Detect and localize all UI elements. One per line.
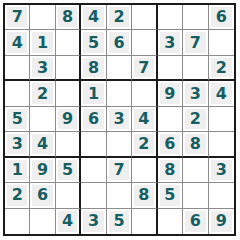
cell-r3c4[interactable]: 8 xyxy=(81,56,106,81)
cell-r2c7[interactable]: 3 xyxy=(158,30,183,55)
cell-r9c1[interactable] xyxy=(5,209,30,234)
cell-r2c2[interactable]: 1 xyxy=(30,30,55,55)
cell-r3c6[interactable]: 7 xyxy=(132,56,157,81)
cell-r7c6[interactable] xyxy=(132,158,157,183)
cell-r1c4[interactable]: 4 xyxy=(81,5,106,30)
cell-r2c8[interactable]: 7 xyxy=(183,30,208,55)
cell-r4c4[interactable]: 1 xyxy=(81,81,106,106)
cell-r5c8[interactable]: 2 xyxy=(183,107,208,132)
cell-r8c2[interactable]: 6 xyxy=(30,183,55,208)
cell-r7c7[interactable]: 8 xyxy=(158,158,183,183)
cell-r3c2[interactable]: 3 xyxy=(30,56,55,81)
cell-r4c3[interactable] xyxy=(56,81,81,106)
cell-r8c4[interactable] xyxy=(81,183,106,208)
cell-r2c9[interactable] xyxy=(209,30,234,55)
cell-r1c9[interactable]: 6 xyxy=(209,5,234,30)
cell-r3c3[interactable] xyxy=(56,56,81,81)
sudoku-board: 7842641563738722193459634234268195783268… xyxy=(3,3,236,236)
cell-r3c5[interactable] xyxy=(107,56,132,81)
cell-r8c3[interactable] xyxy=(56,183,81,208)
cell-r9c4[interactable]: 3 xyxy=(81,209,106,234)
cell-r6c8[interactable]: 8 xyxy=(183,132,208,157)
cell-r3c7[interactable] xyxy=(158,56,183,81)
cell-r6c3[interactable] xyxy=(56,132,81,157)
cell-r4c8[interactable]: 3 xyxy=(183,81,208,106)
cell-r1c7[interactable] xyxy=(158,5,183,30)
cell-r7c5[interactable]: 7 xyxy=(107,158,132,183)
cell-r4c1[interactable] xyxy=(5,81,30,106)
cell-r9c7[interactable] xyxy=(158,209,183,234)
cell-r7c9[interactable]: 3 xyxy=(209,158,234,183)
cell-r1c2[interactable] xyxy=(30,5,55,30)
cell-r1c5[interactable]: 2 xyxy=(107,5,132,30)
cell-r2c1[interactable]: 4 xyxy=(5,30,30,55)
cell-r9c8[interactable]: 6 xyxy=(183,209,208,234)
cell-r2c3[interactable] xyxy=(56,30,81,55)
cell-r5c1[interactable]: 5 xyxy=(5,107,30,132)
cell-r8c5[interactable] xyxy=(107,183,132,208)
cell-r1c8[interactable] xyxy=(183,5,208,30)
cell-r8c6[interactable]: 8 xyxy=(132,183,157,208)
cell-r4c6[interactable] xyxy=(132,81,157,106)
cell-r6c7[interactable]: 6 xyxy=(158,132,183,157)
cell-r8c9[interactable] xyxy=(209,183,234,208)
cell-r1c1[interactable]: 7 xyxy=(5,5,30,30)
cell-r6c6[interactable]: 2 xyxy=(132,132,157,157)
cell-r5c6[interactable]: 4 xyxy=(132,107,157,132)
cell-r1c3[interactable]: 8 xyxy=(56,5,81,30)
cell-r7c1[interactable]: 1 xyxy=(5,158,30,183)
page: { "game": "sudoku", "position": "7084200… xyxy=(0,0,240,240)
cell-r3c1[interactable] xyxy=(5,56,30,81)
cell-r6c5[interactable] xyxy=(107,132,132,157)
cell-r6c4[interactable] xyxy=(81,132,106,157)
cell-r9c3[interactable]: 4 xyxy=(56,209,81,234)
cell-r5c4[interactable]: 6 xyxy=(81,107,106,132)
cell-r5c9[interactable] xyxy=(209,107,234,132)
cell-r2c4[interactable]: 5 xyxy=(81,30,106,55)
cell-r5c7[interactable] xyxy=(158,107,183,132)
cell-r8c1[interactable]: 2 xyxy=(5,183,30,208)
cell-r3c8[interactable] xyxy=(183,56,208,81)
cell-r9c5[interactable]: 5 xyxy=(107,209,132,234)
cell-r6c1[interactable]: 3 xyxy=(5,132,30,157)
cell-r4c5[interactable] xyxy=(107,81,132,106)
cell-r4c2[interactable]: 2 xyxy=(30,81,55,106)
cell-r9c2[interactable] xyxy=(30,209,55,234)
cell-r9c6[interactable] xyxy=(132,209,157,234)
cell-r5c5[interactable]: 3 xyxy=(107,107,132,132)
cell-r1c6[interactable] xyxy=(132,5,157,30)
cell-r6c2[interactable]: 4 xyxy=(30,132,55,157)
cell-r2c5[interactable]: 6 xyxy=(107,30,132,55)
cell-r7c3[interactable]: 5 xyxy=(56,158,81,183)
cell-r5c3[interactable]: 9 xyxy=(56,107,81,132)
cell-r9c9[interactable]: 9 xyxy=(209,209,234,234)
cell-r7c2[interactable]: 9 xyxy=(30,158,55,183)
cell-r4c7[interactable]: 9 xyxy=(158,81,183,106)
cell-r6c9[interactable] xyxy=(209,132,234,157)
cell-r8c7[interactable]: 5 xyxy=(158,183,183,208)
cell-r5c2[interactable] xyxy=(30,107,55,132)
cell-r3c9[interactable]: 2 xyxy=(209,56,234,81)
cell-r7c4[interactable] xyxy=(81,158,106,183)
cell-r2c6[interactable] xyxy=(132,30,157,55)
cell-r8c8[interactable] xyxy=(183,183,208,208)
cell-r4c9[interactable]: 4 xyxy=(209,81,234,106)
cell-r7c8[interactable] xyxy=(183,158,208,183)
